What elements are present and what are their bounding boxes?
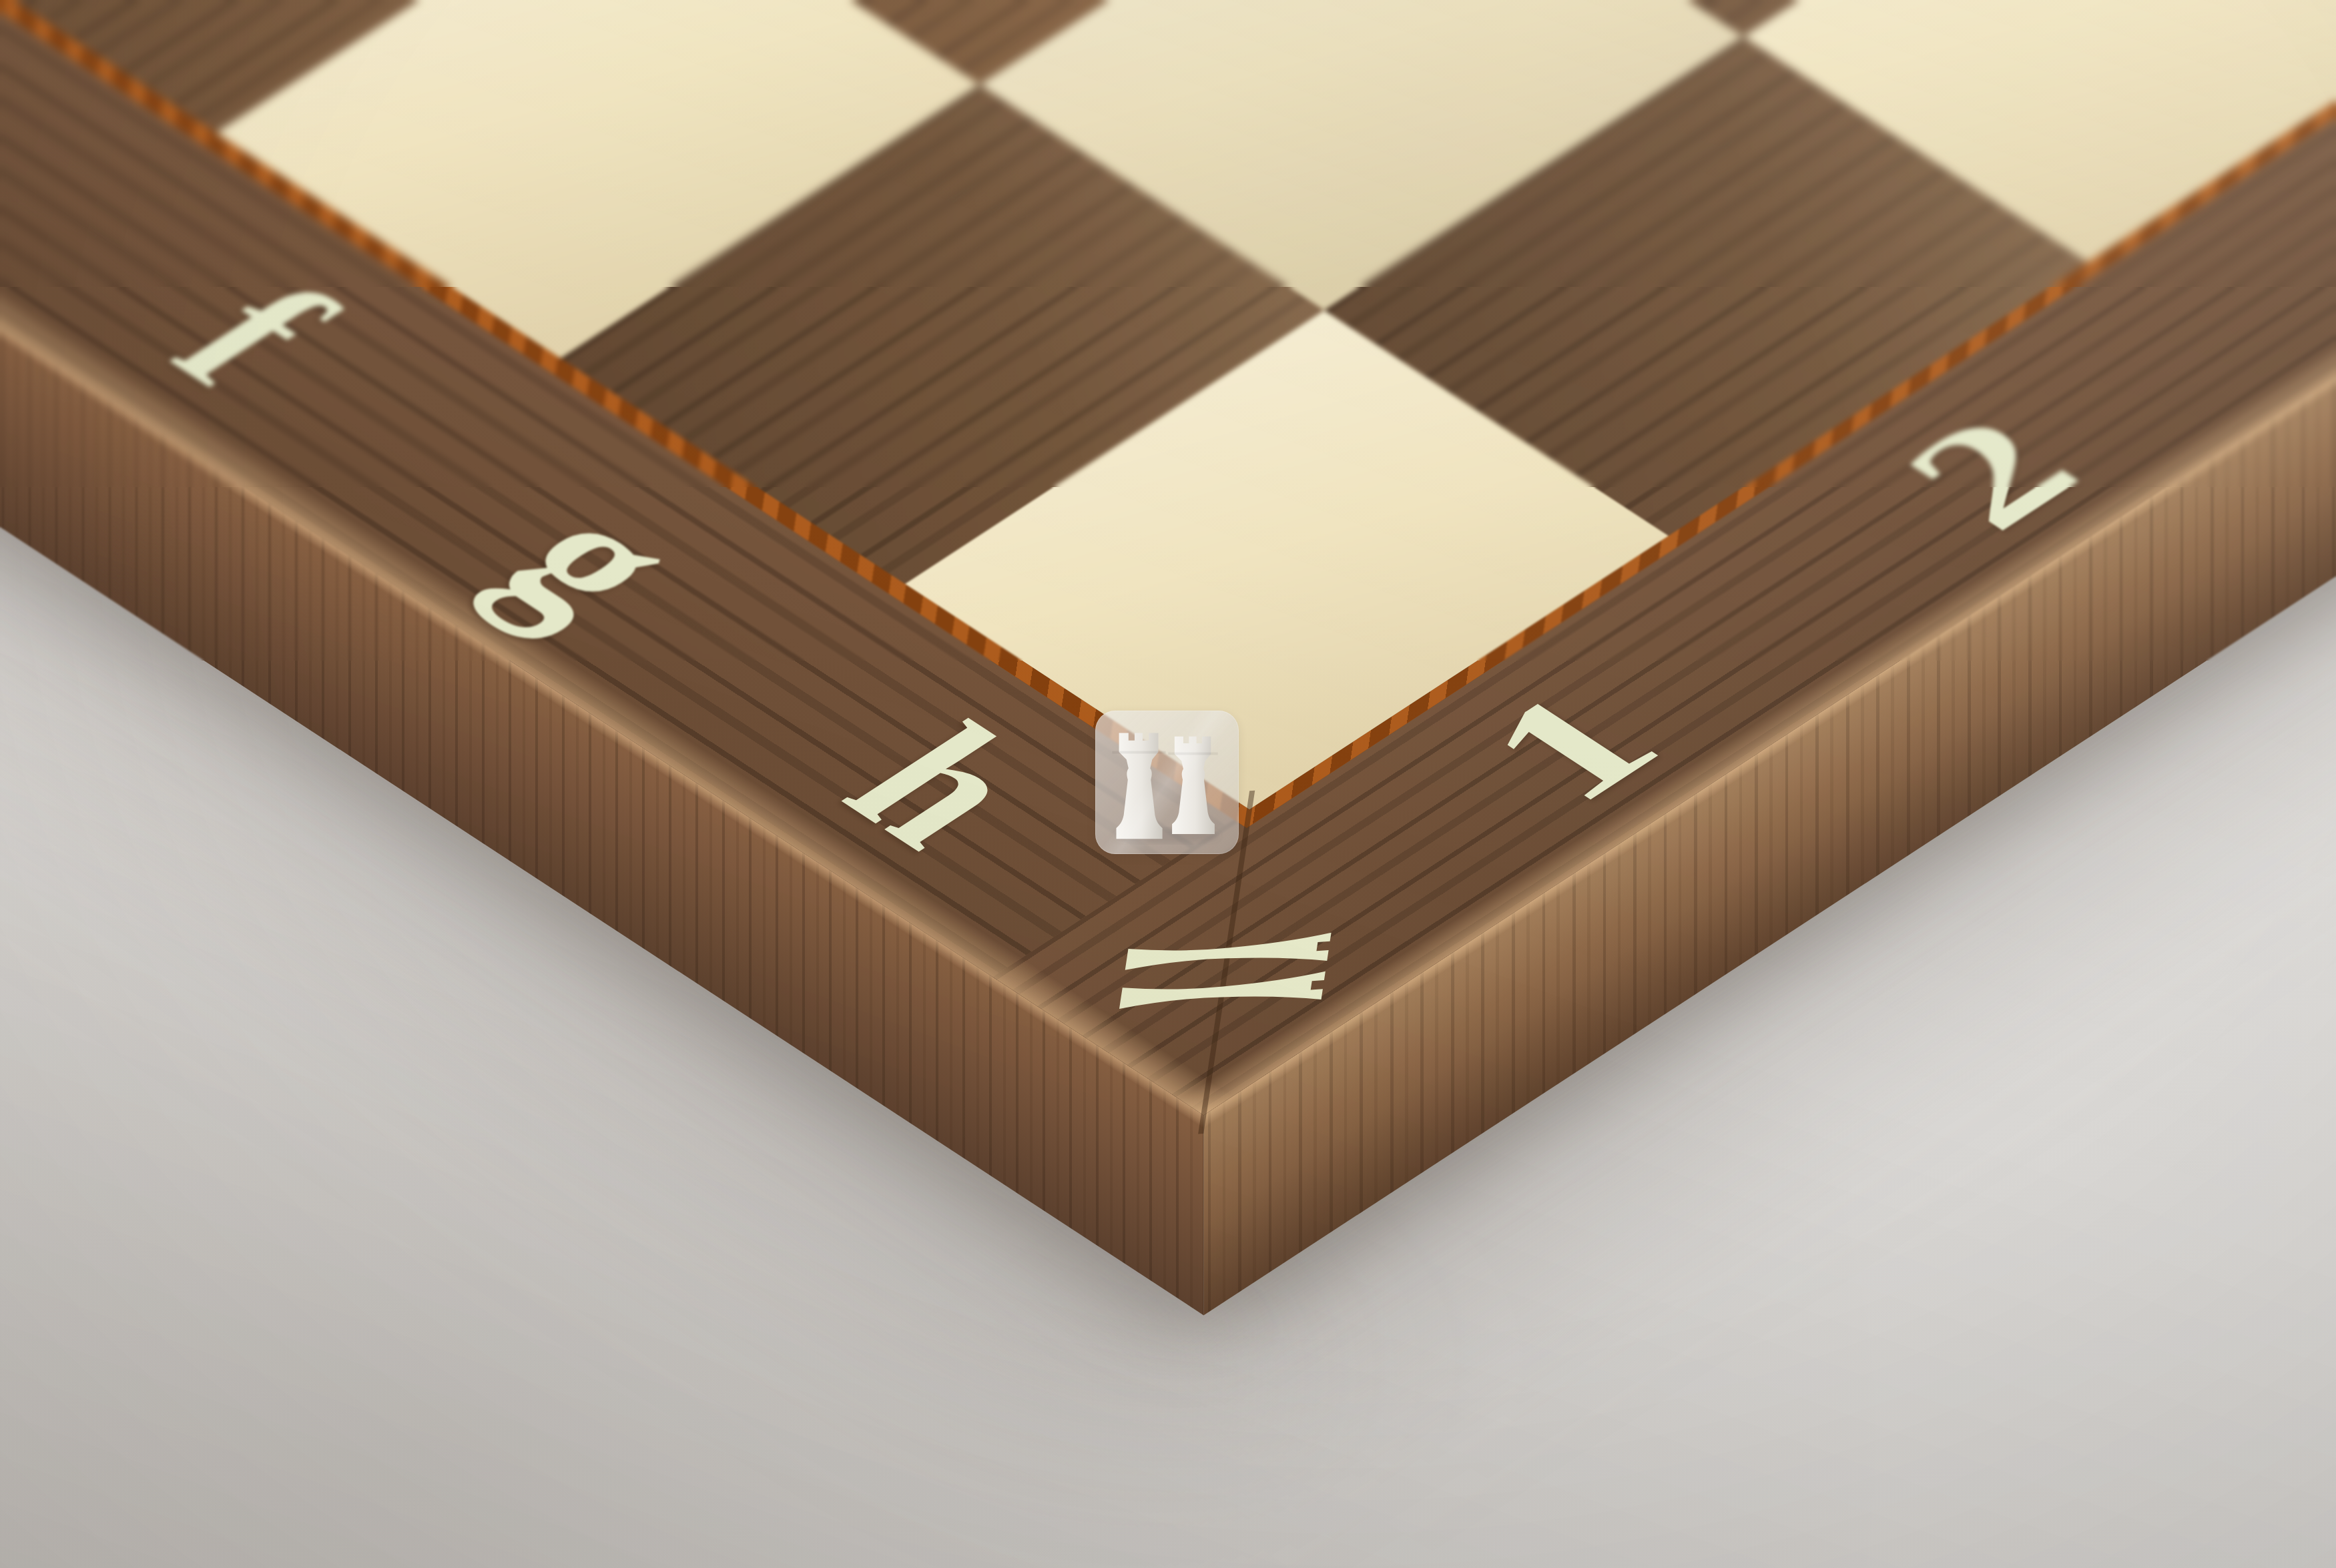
- watermark-two-rooks: [1095, 711, 1239, 854]
- studio-background: fgh12: [0, 0, 2336, 1568]
- white-rook-icon: [1095, 711, 1239, 854]
